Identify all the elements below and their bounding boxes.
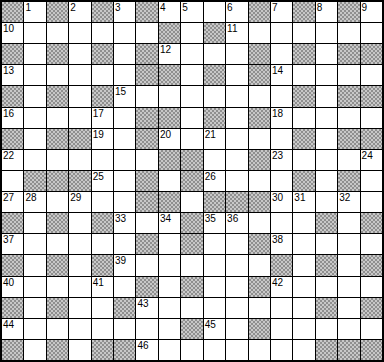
blocked-cell-r2c4 <box>92 44 113 64</box>
cell-r2c9[interactable] <box>204 44 225 64</box>
clue-number-43: 43 <box>137 298 148 309</box>
blocked-cell-r11c11 <box>249 234 270 254</box>
cell-r13c9[interactable] <box>204 277 225 297</box>
clue-number-26: 26 <box>205 171 216 182</box>
blocked-cell-r4c16 <box>361 86 382 106</box>
cell-r9c8[interactable] <box>181 192 202 212</box>
cell-r13c10[interactable] <box>226 277 247 297</box>
cell-r1c15[interactable] <box>338 23 359 43</box>
blocked-cell-r11c8 <box>181 234 202 254</box>
cell-r6c10[interactable] <box>226 129 247 149</box>
cell-r11c5[interactable] <box>114 234 135 254</box>
cell-r2c5[interactable] <box>114 44 135 64</box>
blocked-cell-r10c14 <box>316 213 337 233</box>
cell-r9c13[interactable]: 31 <box>293 192 314 212</box>
cell-r9c16[interactable] <box>361 192 382 212</box>
blocked-cell-r6c3 <box>69 129 90 149</box>
cell-r14c8[interactable] <box>181 298 202 318</box>
clue-number-20: 20 <box>160 129 171 140</box>
cell-r15c16[interactable] <box>361 319 382 339</box>
clue-number-46: 46 <box>137 340 148 351</box>
cell-r5c4[interactable]: 17 <box>92 108 113 128</box>
blocked-cell-r2c15 <box>338 44 359 64</box>
blocked-cell-r0c0 <box>2 2 23 22</box>
blocked-cell-r10c8 <box>181 213 202 233</box>
cell-r3c2[interactable] <box>47 65 68 85</box>
cell-r0c7[interactable]: 4 <box>159 2 180 22</box>
cell-r10c10[interactable]: 36 <box>226 213 247 233</box>
cell-r12c5[interactable]: 39 <box>114 255 135 275</box>
blocked-cell-r8c3 <box>69 171 90 191</box>
cell-r15c14[interactable] <box>316 319 337 339</box>
cell-r1c1[interactable] <box>24 23 45 43</box>
cell-r0c5[interactable]: 3 <box>114 2 135 22</box>
clue-number-7: 7 <box>272 2 278 13</box>
cell-r15c4[interactable] <box>92 319 113 339</box>
cell-r11c12[interactable]: 38 <box>271 234 292 254</box>
cell-r10c15[interactable] <box>338 213 359 233</box>
cell-r9c4[interactable] <box>92 192 113 212</box>
cell-r15c9[interactable]: 45 <box>204 319 225 339</box>
blocked-cell-r14c5 <box>114 298 135 318</box>
cell-r6c11[interactable] <box>249 129 270 149</box>
cell-r12c15[interactable] <box>338 255 359 275</box>
clue-number-25: 25 <box>93 171 104 182</box>
cell-r15c13[interactable] <box>293 319 314 339</box>
cell-r15c1[interactable] <box>24 319 45 339</box>
cell-r15c15[interactable] <box>338 319 359 339</box>
cell-r12c13[interactable] <box>293 255 314 275</box>
cell-r3c10[interactable] <box>226 65 247 85</box>
clue-number-14: 14 <box>272 65 283 76</box>
cell-r10c5[interactable]: 33 <box>114 213 135 233</box>
cell-r14c6[interactable]: 43 <box>136 298 157 318</box>
blocked-cell-r16c4 <box>92 340 113 360</box>
cell-r13c15[interactable] <box>338 277 359 297</box>
cell-r7c12[interactable]: 23 <box>271 150 292 170</box>
cell-r14c15[interactable] <box>338 298 359 318</box>
cell-r5c14[interactable] <box>316 108 337 128</box>
blocked-cell-r8c1 <box>24 171 45 191</box>
cell-r10c13[interactable] <box>293 213 314 233</box>
cell-r2c8[interactable] <box>181 44 202 64</box>
clue-number-18: 18 <box>272 108 283 119</box>
blocked-cell-r16c0 <box>2 340 23 360</box>
cell-r11c9[interactable] <box>204 234 225 254</box>
cell-r9c1[interactable]: 28 <box>24 192 45 212</box>
cell-r5c15[interactable] <box>338 108 359 128</box>
blocked-cell-r2c2 <box>47 44 68 64</box>
cell-r3c13[interactable] <box>293 65 314 85</box>
blocked-cell-r5c7 <box>159 108 180 128</box>
blocked-cell-r14c2 <box>47 298 68 318</box>
cell-r0c16[interactable]: 9 <box>361 2 382 22</box>
blocked-cell-r16c2 <box>47 340 68 360</box>
cell-r14c10[interactable] <box>226 298 247 318</box>
blocked-cell-r15c8 <box>181 319 202 339</box>
cell-r15c12[interactable] <box>271 319 292 339</box>
cell-r0c3[interactable]: 2 <box>69 2 90 22</box>
cell-r16c7[interactable] <box>159 340 180 360</box>
cell-r13c16[interactable] <box>361 277 382 297</box>
clue-number-19: 19 <box>93 129 104 140</box>
cell-r13c0[interactable]: 40 <box>2 277 23 297</box>
clue-number-3: 3 <box>115 2 121 13</box>
blocked-cell-r3c7 <box>159 65 180 85</box>
blocked-cell-r12c16 <box>361 255 382 275</box>
clue-number-10: 10 <box>3 23 14 34</box>
blocked-cell-r14c16 <box>361 298 382 318</box>
cell-r16c3[interactable] <box>69 340 90 360</box>
cell-r8c14[interactable] <box>316 171 337 191</box>
cell-r1c14[interactable] <box>316 23 337 43</box>
cell-r7c9[interactable] <box>204 150 225 170</box>
blocked-cell-r3c11 <box>249 65 270 85</box>
blocked-cell-r2c0 <box>2 44 23 64</box>
blocked-cell-r4c0 <box>2 86 23 106</box>
cell-r13c14[interactable] <box>316 277 337 297</box>
cell-r9c14[interactable] <box>316 192 337 212</box>
cell-r7c1[interactable] <box>24 150 45 170</box>
cell-r12c9[interactable] <box>204 255 225 275</box>
cell-r4c12[interactable] <box>271 86 292 106</box>
blocked-cell-r16c14 <box>316 340 337 360</box>
cell-r1c6[interactable] <box>136 23 157 43</box>
clue-number-6: 6 <box>227 2 233 13</box>
cell-r5c2[interactable] <box>47 108 68 128</box>
clue-number-35: 35 <box>205 213 216 224</box>
clue-number-11: 11 <box>227 23 237 34</box>
cell-r7c15[interactable] <box>338 150 359 170</box>
cell-r8c16[interactable] <box>361 171 382 191</box>
blocked-cell-r13c8 <box>181 277 202 297</box>
cell-r12c3[interactable] <box>69 255 90 275</box>
cell-r8c12[interactable] <box>271 171 292 191</box>
blocked-cell-r5c6 <box>136 108 157 128</box>
clue-number-37: 37 <box>3 234 14 245</box>
blocked-cell-r1c9 <box>204 23 225 43</box>
blocked-cell-r4c13 <box>293 86 314 106</box>
clue-number-8: 8 <box>317 2 323 13</box>
cell-r3c5[interactable] <box>114 65 135 85</box>
cell-r1c13[interactable] <box>293 23 314 43</box>
blocked-cell-r8c6 <box>136 171 157 191</box>
cell-r11c2[interactable] <box>47 234 68 254</box>
cell-r7c10[interactable] <box>226 150 247 170</box>
cell-r6c5[interactable] <box>114 129 135 149</box>
clue-number-24: 24 <box>362 150 373 161</box>
blocked-cell-r3c6 <box>136 65 157 85</box>
clue-number-40: 40 <box>3 277 14 288</box>
cell-r16c12[interactable] <box>271 340 292 360</box>
cell-r3c0[interactable]: 13 <box>2 65 23 85</box>
cell-r6c7[interactable]: 20 <box>159 129 180 149</box>
blocked-cell-r9c7 <box>159 192 180 212</box>
cell-r7c5[interactable] <box>114 150 135 170</box>
cell-r15c3[interactable] <box>69 319 90 339</box>
crossword-grid: 1234567891011121314151617181920212223242… <box>0 0 384 362</box>
cell-r1c11[interactable] <box>249 23 270 43</box>
cell-r10c7[interactable]: 34 <box>159 213 180 233</box>
cell-r3c8[interactable] <box>181 65 202 85</box>
cell-r0c14[interactable]: 8 <box>316 2 337 22</box>
clue-number-45: 45 <box>205 319 216 330</box>
cell-r4c10[interactable] <box>226 86 247 106</box>
clue-number-2: 2 <box>70 2 76 13</box>
clue-number-29: 29 <box>70 192 81 203</box>
cell-r5c13[interactable] <box>293 108 314 128</box>
cell-r5c12[interactable]: 18 <box>271 108 292 128</box>
cell-r16c13[interactable] <box>293 340 314 360</box>
cell-r3c14[interactable] <box>316 65 337 85</box>
cell-r1c0[interactable]: 10 <box>2 23 23 43</box>
blocked-cell-r15c11 <box>249 319 270 339</box>
cell-r13c4[interactable]: 41 <box>92 277 113 297</box>
cell-r4c14[interactable] <box>316 86 337 106</box>
cell-r10c12[interactable] <box>271 213 292 233</box>
cell-r5c0[interactable]: 16 <box>2 108 23 128</box>
cell-r8c7[interactable] <box>159 171 180 191</box>
cell-r12c10[interactable] <box>226 255 247 275</box>
cell-r7c2[interactable] <box>47 150 68 170</box>
cell-r0c10[interactable]: 6 <box>226 2 247 22</box>
cell-r4c8[interactable] <box>181 86 202 106</box>
cell-r12c8[interactable] <box>181 255 202 275</box>
blocked-cell-r4c2 <box>47 86 68 106</box>
cell-r2c1[interactable] <box>24 44 45 64</box>
cell-r7c6[interactable] <box>136 150 157 170</box>
cell-r6c1[interactable] <box>24 129 45 149</box>
cell-r13c3[interactable] <box>69 277 90 297</box>
cell-r1c8[interactable] <box>181 23 202 43</box>
cell-r12c7[interactable] <box>159 255 180 275</box>
blocked-cell-r9c10 <box>226 192 247 212</box>
cell-r8c9[interactable]: 26 <box>204 171 225 191</box>
cell-r13c12[interactable]: 42 <box>271 277 292 297</box>
cell-r7c13[interactable] <box>293 150 314 170</box>
cell-r9c5[interactable] <box>114 192 135 212</box>
cell-r11c10[interactable] <box>226 234 247 254</box>
cell-r5c8[interactable] <box>181 108 202 128</box>
blocked-cell-r12c12 <box>271 255 292 275</box>
blocked-cell-r7c8 <box>181 150 202 170</box>
cell-r1c12[interactable] <box>271 23 292 43</box>
cell-r6c12[interactable] <box>271 129 292 149</box>
cell-r11c16[interactable] <box>361 234 382 254</box>
clue-number-32: 32 <box>339 192 350 203</box>
blocked-cell-r16c15 <box>338 340 359 360</box>
cell-r11c14[interactable] <box>316 234 337 254</box>
blocked-cell-r8c8 <box>181 171 202 191</box>
cell-r14c11[interactable] <box>249 298 270 318</box>
clue-number-23: 23 <box>272 150 283 161</box>
cell-r1c3[interactable] <box>69 23 90 43</box>
cell-r7c3[interactable] <box>69 150 90 170</box>
cell-r13c7[interactable] <box>159 277 180 297</box>
cell-r11c1[interactable] <box>24 234 45 254</box>
cell-r0c1[interactable]: 1 <box>24 2 45 22</box>
cell-r15c7[interactable] <box>159 319 180 339</box>
blocked-cell-r12c2 <box>47 255 68 275</box>
cell-r9c3[interactable]: 29 <box>69 192 90 212</box>
clue-number-44: 44 <box>3 319 14 330</box>
cell-r13c1[interactable] <box>24 277 45 297</box>
clue-number-1: 1 <box>25 2 31 13</box>
cell-r16c6[interactable]: 46 <box>136 340 157 360</box>
blocked-cell-r2c16 <box>361 44 382 64</box>
cell-r14c4[interactable] <box>92 298 113 318</box>
blocked-cell-r6c13 <box>293 129 314 149</box>
cell-r14c13[interactable] <box>293 298 314 318</box>
cell-r8c11[interactable] <box>249 171 270 191</box>
cell-r15c0[interactable]: 44 <box>2 319 23 339</box>
cell-r8c5[interactable] <box>114 171 135 191</box>
clue-number-31: 31 <box>294 192 305 203</box>
cell-r3c12[interactable]: 14 <box>271 65 292 85</box>
blocked-cell-r12c0 <box>2 255 23 275</box>
cell-r16c11[interactable] <box>249 340 270 360</box>
cell-r5c10[interactable] <box>226 108 247 128</box>
cell-r5c5[interactable] <box>114 108 135 128</box>
cell-r4c7[interactable] <box>159 86 180 106</box>
blocked-cell-r6c16 <box>361 129 382 149</box>
clue-number-5: 5 <box>182 2 188 13</box>
cell-r16c1[interactable] <box>24 340 45 360</box>
cell-r1c2[interactable] <box>47 23 68 43</box>
blocked-cell-r2c6 <box>136 44 157 64</box>
cell-r11c4[interactable] <box>92 234 113 254</box>
blocked-cell-r0c4 <box>92 2 113 22</box>
cell-r2c10[interactable] <box>226 44 247 64</box>
cell-r4c3[interactable] <box>69 86 90 106</box>
cell-r0c8[interactable]: 5 <box>181 2 202 22</box>
clue-number-15: 15 <box>115 86 126 97</box>
cell-r13c5[interactable] <box>114 277 135 297</box>
cell-r11c13[interactable] <box>293 234 314 254</box>
cell-r3c3[interactable] <box>69 65 90 85</box>
cell-r7c14[interactable] <box>316 150 337 170</box>
cell-r9c15[interactable]: 32 <box>338 192 359 212</box>
clue-number-30: 30 <box>272 192 283 203</box>
cell-r9c12[interactable]: 30 <box>271 192 292 212</box>
blocked-cell-r11c6 <box>136 234 157 254</box>
cell-r12c1[interactable] <box>24 255 45 275</box>
cell-r7c0[interactable]: 22 <box>2 150 23 170</box>
blocked-cell-r3c9 <box>204 65 225 85</box>
cell-r5c1[interactable] <box>24 108 45 128</box>
cell-r15c6[interactable] <box>136 319 157 339</box>
cell-r1c16[interactable] <box>361 23 382 43</box>
cell-r8c10[interactable] <box>226 171 247 191</box>
cell-r4c9[interactable] <box>204 86 225 106</box>
cell-r5c16[interactable] <box>361 108 382 128</box>
clue-number-16: 16 <box>3 108 14 119</box>
cell-r11c0[interactable]: 37 <box>2 234 23 254</box>
cell-r15c2[interactable] <box>47 319 68 339</box>
clue-number-38: 38 <box>272 234 283 245</box>
cell-r3c4[interactable] <box>92 65 113 85</box>
cell-r16c8[interactable] <box>181 340 202 360</box>
cell-r6c14[interactable] <box>316 129 337 149</box>
cell-r3c15[interactable] <box>338 65 359 85</box>
cell-r7c16[interactable]: 24 <box>361 150 382 170</box>
cell-r4c11[interactable] <box>249 86 270 106</box>
cell-r6c8[interactable] <box>181 129 202 149</box>
cell-r3c1[interactable] <box>24 65 45 85</box>
cell-r6c4[interactable]: 19 <box>92 129 113 149</box>
cell-r8c0[interactable] <box>2 171 23 191</box>
cell-r15c5[interactable] <box>114 319 135 339</box>
cell-r4c1[interactable] <box>24 86 45 106</box>
cell-r13c2[interactable] <box>47 277 68 297</box>
cell-r6c9[interactable]: 21 <box>204 129 225 149</box>
cell-r7c4[interactable] <box>92 150 113 170</box>
cell-r10c9[interactable]: 35 <box>204 213 225 233</box>
blocked-cell-r8c15 <box>338 171 359 191</box>
blocked-cell-r10c2 <box>47 213 68 233</box>
blocked-cell-r0c6 <box>136 2 157 22</box>
blocked-cell-r12c4 <box>92 255 113 275</box>
blocked-cell-r6c0 <box>2 129 23 149</box>
blocked-cell-r0c13 <box>293 2 314 22</box>
cell-r0c12[interactable]: 7 <box>271 2 292 22</box>
cell-r11c15[interactable] <box>338 234 359 254</box>
cell-r1c4[interactable] <box>92 23 113 43</box>
blocked-cell-r7c11 <box>249 150 270 170</box>
cell-r9c0[interactable]: 27 <box>2 192 23 212</box>
cell-r14c3[interactable] <box>69 298 90 318</box>
clue-number-36: 36 <box>227 213 238 224</box>
blocked-cell-r6c2 <box>47 129 68 149</box>
cell-r11c7[interactable] <box>159 234 180 254</box>
cell-r5c3[interactable] <box>69 108 90 128</box>
cell-r11c3[interactable] <box>69 234 90 254</box>
cell-r12c11[interactable] <box>249 255 270 275</box>
cell-r14c12[interactable] <box>271 298 292 318</box>
cell-r1c10[interactable]: 11 <box>226 23 247 43</box>
clue-number-13: 13 <box>3 65 14 76</box>
cell-r9c2[interactable] <box>47 192 68 212</box>
cell-r8c4[interactable]: 25 <box>92 171 113 191</box>
cell-r0c9[interactable] <box>204 2 225 22</box>
cell-r2c14[interactable] <box>316 44 337 64</box>
blocked-cell-r4c4 <box>92 86 113 106</box>
cell-r10c6[interactable] <box>136 213 157 233</box>
cell-r15c10[interactable] <box>226 319 247 339</box>
cell-r2c12[interactable] <box>271 44 292 64</box>
cell-r10c1[interactable] <box>24 213 45 233</box>
cell-r10c11[interactable] <box>249 213 270 233</box>
cell-r14c9[interactable] <box>204 298 225 318</box>
blocked-cell-r14c14 <box>316 298 337 318</box>
cell-r14c1[interactable] <box>24 298 45 318</box>
cell-r16c10[interactable] <box>226 340 247 360</box>
cell-r13c13[interactable] <box>293 277 314 297</box>
cell-r2c3[interactable] <box>69 44 90 64</box>
cell-r3c16[interactable] <box>361 65 382 85</box>
blocked-cell-r1c7 <box>159 23 180 43</box>
cell-r14c7[interactable] <box>159 298 180 318</box>
cell-r12c6[interactable] <box>136 255 157 275</box>
blocked-cell-r5c11 <box>249 108 270 128</box>
cell-r4c6[interactable] <box>136 86 157 106</box>
cell-r10c3[interactable] <box>69 213 90 233</box>
cell-r1c5[interactable] <box>114 23 135 43</box>
cell-r16c9[interactable] <box>204 340 225 360</box>
cell-r4c5[interactable]: 15 <box>114 86 135 106</box>
blocked-cell-r13c11 <box>249 277 270 297</box>
cell-r2c7[interactable]: 12 <box>159 44 180 64</box>
